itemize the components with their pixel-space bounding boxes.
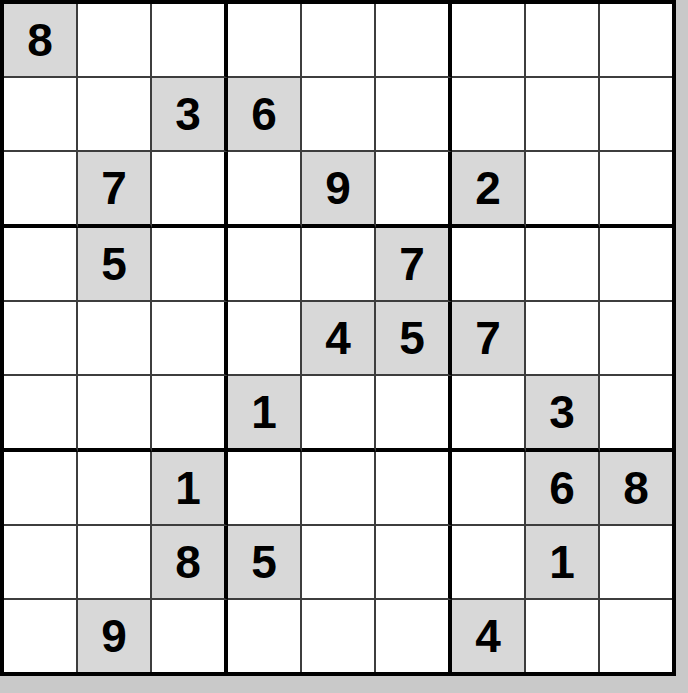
empty-cell-r1c9[interactable]	[600, 4, 672, 78]
empty-cell-r8c9[interactable]	[600, 526, 672, 600]
empty-cell-r8c6[interactable]	[376, 526, 452, 600]
empty-cell-r5c2[interactable]	[78, 302, 152, 376]
empty-cell-r4c9[interactable]	[600, 228, 672, 302]
empty-cell-r6c6[interactable]	[376, 376, 452, 452]
given-cell-r2c4: 6	[228, 78, 302, 152]
empty-cell-r5c9[interactable]	[600, 302, 672, 376]
empty-cell-r8c1[interactable]	[4, 526, 78, 600]
given-cell-r2c3: 3	[152, 78, 228, 152]
given-cell-r3c7: 2	[452, 152, 526, 228]
given-cell-r8c3: 8	[152, 526, 228, 600]
empty-cell-r5c3[interactable]	[152, 302, 228, 376]
empty-cell-r9c3[interactable]	[152, 600, 228, 672]
empty-cell-r7c1[interactable]	[4, 452, 78, 526]
given-cell-r5c6: 5	[376, 302, 452, 376]
sudoku-board: 836792574571316885194	[0, 0, 676, 676]
empty-cell-r4c1[interactable]	[4, 228, 78, 302]
empty-cell-r5c1[interactable]	[4, 302, 78, 376]
empty-cell-r4c7[interactable]	[452, 228, 526, 302]
given-cell-r4c6: 7	[376, 228, 452, 302]
given-cell-r9c7: 4	[452, 600, 526, 672]
given-cell-r6c4: 1	[228, 376, 302, 452]
given-cell-r7c3: 1	[152, 452, 228, 526]
empty-cell-r1c3[interactable]	[152, 4, 228, 78]
empty-cell-r2c5[interactable]	[302, 78, 376, 152]
empty-cell-r2c7[interactable]	[452, 78, 526, 152]
empty-cell-r4c8[interactable]	[526, 228, 600, 302]
empty-cell-r7c2[interactable]	[78, 452, 152, 526]
empty-cell-r6c2[interactable]	[78, 376, 152, 452]
empty-cell-r3c4[interactable]	[228, 152, 302, 228]
given-cell-r7c8: 6	[526, 452, 600, 526]
empty-cell-r2c1[interactable]	[4, 78, 78, 152]
empty-cell-r4c3[interactable]	[152, 228, 228, 302]
empty-cell-r1c4[interactable]	[228, 4, 302, 78]
given-cell-r3c2: 7	[78, 152, 152, 228]
empty-cell-r3c6[interactable]	[376, 152, 452, 228]
empty-cell-r9c5[interactable]	[302, 600, 376, 672]
empty-cell-r1c7[interactable]	[452, 4, 526, 78]
empty-cell-r9c4[interactable]	[228, 600, 302, 672]
empty-cell-r9c8[interactable]	[526, 600, 600, 672]
given-cell-r5c7: 7	[452, 302, 526, 376]
given-cell-r6c8: 3	[526, 376, 600, 452]
empty-cell-r4c5[interactable]	[302, 228, 376, 302]
empty-cell-r8c5[interactable]	[302, 526, 376, 600]
empty-cell-r7c6[interactable]	[376, 452, 452, 526]
empty-cell-r6c1[interactable]	[4, 376, 78, 452]
empty-cell-r2c9[interactable]	[600, 78, 672, 152]
given-cell-r9c2: 9	[78, 600, 152, 672]
empty-cell-r1c6[interactable]	[376, 4, 452, 78]
empty-cell-r8c2[interactable]	[78, 526, 152, 600]
empty-cell-r1c5[interactable]	[302, 4, 376, 78]
empty-cell-r9c6[interactable]	[376, 600, 452, 672]
empty-cell-r7c5[interactable]	[302, 452, 376, 526]
given-cell-r3c5: 9	[302, 152, 376, 228]
empty-cell-r7c4[interactable]	[228, 452, 302, 526]
empty-cell-r9c9[interactable]	[600, 600, 672, 672]
empty-cell-r5c4[interactable]	[228, 302, 302, 376]
given-cell-r8c8: 1	[526, 526, 600, 600]
empty-cell-r6c7[interactable]	[452, 376, 526, 452]
empty-cell-r1c2[interactable]	[78, 4, 152, 78]
empty-cell-r7c7[interactable]	[452, 452, 526, 526]
empty-cell-r9c1[interactable]	[4, 600, 78, 672]
empty-cell-r5c8[interactable]	[526, 302, 600, 376]
given-cell-r8c4: 5	[228, 526, 302, 600]
empty-cell-r1c8[interactable]	[526, 4, 600, 78]
empty-cell-r6c9[interactable]	[600, 376, 672, 452]
empty-cell-r8c7[interactable]	[452, 526, 526, 600]
empty-cell-r4c4[interactable]	[228, 228, 302, 302]
empty-cell-r2c8[interactable]	[526, 78, 600, 152]
empty-cell-r3c8[interactable]	[526, 152, 600, 228]
given-cell-r7c9: 8	[600, 452, 672, 526]
empty-cell-r2c2[interactable]	[78, 78, 152, 152]
empty-cell-r6c3[interactable]	[152, 376, 228, 452]
given-cell-r4c2: 5	[78, 228, 152, 302]
empty-cell-r3c1[interactable]	[4, 152, 78, 228]
empty-cell-r2c6[interactable]	[376, 78, 452, 152]
empty-cell-r3c3[interactable]	[152, 152, 228, 228]
given-cell-r1c1: 8	[4, 4, 78, 78]
empty-cell-r6c5[interactable]	[302, 376, 376, 452]
given-cell-r5c5: 4	[302, 302, 376, 376]
empty-cell-r3c9[interactable]	[600, 152, 672, 228]
